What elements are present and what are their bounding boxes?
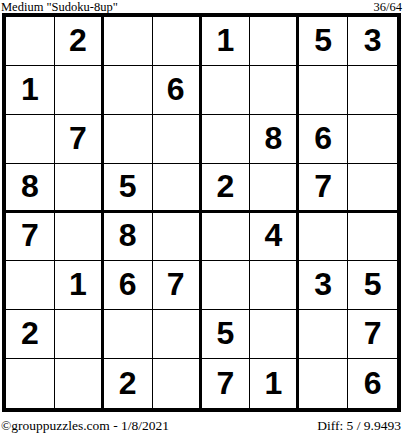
cell-r6c2-given: 1 (55, 261, 104, 310)
cell-r5c4-empty[interactable] (153, 213, 202, 262)
cell-r6c7-given: 3 (299, 261, 348, 310)
cell-r4c8-empty[interactable] (348, 164, 397, 213)
cell-r1c1-empty[interactable] (6, 17, 55, 66)
cell-r4c1-given: 8 (6, 164, 55, 213)
cell-r2c7-empty[interactable] (299, 66, 348, 115)
cell-r6c8-given: 5 (348, 261, 397, 310)
cell-r2c8-empty[interactable] (348, 66, 397, 115)
cell-r4c6-empty[interactable] (250, 164, 299, 213)
cell-r2c4-given: 6 (153, 66, 202, 115)
header: Medium "Sudoku-8up" 36/64 (0, 0, 403, 13)
cell-r3c6-given: 8 (250, 115, 299, 164)
cell-r5c5-empty[interactable] (202, 213, 251, 262)
cell-r4c2-empty[interactable] (55, 164, 104, 213)
cell-r3c5-empty[interactable] (202, 115, 251, 164)
cell-r3c2-given: 7 (55, 115, 104, 164)
cell-r1c2-given: 2 (55, 17, 104, 66)
cell-r1c7-given: 5 (299, 17, 348, 66)
sudoku-page: Medium "Sudoku-8up" 36/64 21531678685277… (0, 0, 403, 437)
cell-r2c2-empty[interactable] (55, 66, 104, 115)
sudoku-board: 2153167868527784167352572716 (2, 13, 401, 412)
puzzle-counter: 36/64 (374, 1, 402, 13)
cell-r1c4-empty[interactable] (153, 17, 202, 66)
cell-r8c3-given: 2 (104, 359, 153, 408)
cell-r5c7-empty[interactable] (299, 213, 348, 262)
cell-r8c8-given: 6 (348, 359, 397, 408)
cell-r3c7-given: 6 (299, 115, 348, 164)
cell-r8c2-empty[interactable] (55, 359, 104, 408)
cell-r1c8-given: 3 (348, 17, 397, 66)
footer: ©grouppuzzles.com - 1/8/2021 Diff: 5 / 9… (0, 418, 403, 433)
cell-r2c3-empty[interactable] (104, 66, 153, 115)
cell-r3c1-empty[interactable] (6, 115, 55, 164)
cell-r4c4-empty[interactable] (153, 164, 202, 213)
cell-r8c1-empty[interactable] (6, 359, 55, 408)
cell-r2c1-given: 1 (6, 66, 55, 115)
cell-r3c3-empty[interactable] (104, 115, 153, 164)
cell-r8c4-empty[interactable] (153, 359, 202, 408)
cell-r8c6-given: 1 (250, 359, 299, 408)
cell-r7c5-given: 5 (202, 310, 251, 359)
cell-r4c7-given: 7 (299, 164, 348, 213)
cell-r7c8-given: 7 (348, 310, 397, 359)
cell-r7c4-empty[interactable] (153, 310, 202, 359)
cell-r2c6-empty[interactable] (250, 66, 299, 115)
cell-r7c2-empty[interactable] (55, 310, 104, 359)
cell-r5c2-empty[interactable] (55, 213, 104, 262)
puzzle-title: Medium "Sudoku-8up" (1, 1, 118, 13)
cell-r6c1-empty[interactable] (6, 261, 55, 310)
cell-r5c3-given: 8 (104, 213, 153, 262)
cell-r7c1-given: 2 (6, 310, 55, 359)
cell-r4c3-given: 5 (104, 164, 153, 213)
cell-r4c5-given: 2 (202, 164, 251, 213)
cell-r5c8-empty[interactable] (348, 213, 397, 262)
cell-r3c8-empty[interactable] (348, 115, 397, 164)
cell-r5c1-given: 7 (6, 213, 55, 262)
cell-r6c6-empty[interactable] (250, 261, 299, 310)
cell-r1c5-given: 1 (202, 17, 251, 66)
copyright-text: ©grouppuzzles.com - 1/8/2021 (1, 418, 169, 433)
cell-r6c5-empty[interactable] (202, 261, 251, 310)
difficulty-text: Diff: 5 / 9.9493 (317, 418, 401, 433)
cell-r8c7-empty[interactable] (299, 359, 348, 408)
cell-r6c3-given: 6 (104, 261, 153, 310)
cell-r7c6-empty[interactable] (250, 310, 299, 359)
cell-r1c3-empty[interactable] (104, 17, 153, 66)
cell-r6c4-given: 7 (153, 261, 202, 310)
cell-r8c5-given: 7 (202, 359, 251, 408)
cell-r5c6-given: 4 (250, 213, 299, 262)
cell-r3c4-empty[interactable] (153, 115, 202, 164)
cell-r2c5-empty[interactable] (202, 66, 251, 115)
cell-r7c7-empty[interactable] (299, 310, 348, 359)
cell-r7c3-empty[interactable] (104, 310, 153, 359)
cell-r1c6-empty[interactable] (250, 17, 299, 66)
